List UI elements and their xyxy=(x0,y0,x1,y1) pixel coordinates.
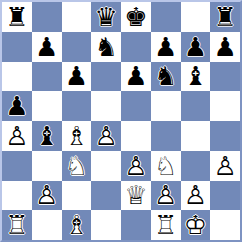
square-c6[interactable]: ♟ xyxy=(62,62,92,92)
piece-white-knight[interactable]: ♞♘ xyxy=(151,151,181,181)
piece-white-rook[interactable]: ♜♖ xyxy=(2,210,32,240)
piece-outline-glyph: ♙ xyxy=(181,181,211,211)
square-g3[interactable] xyxy=(181,151,211,181)
square-d5[interactable] xyxy=(91,91,121,121)
square-e6[interactable]: ♟ xyxy=(121,62,151,92)
square-f4[interactable] xyxy=(151,121,181,151)
square-c5[interactable] xyxy=(62,91,92,121)
piece-outline-glyph: ♕ xyxy=(121,181,151,211)
square-f6[interactable]: ♞ xyxy=(151,62,181,92)
piece-white-knight[interactable]: ♞♘ xyxy=(62,151,92,181)
piece-white-rook[interactable]: ♜♖ xyxy=(151,210,181,240)
square-a1[interactable]: ♜♖ xyxy=(2,210,32,240)
square-g4[interactable] xyxy=(181,121,211,151)
piece-white-bishop[interactable]: ♝♗ xyxy=(62,121,92,151)
square-a3[interactable] xyxy=(2,151,32,181)
piece-black-rook[interactable]: ♜ xyxy=(2,2,32,32)
square-e7[interactable] xyxy=(121,32,151,62)
chess-board: ♜♛♚♜♟♞♟♟♟♟♟♞♝♟♟♙♝♝♗♟♙♞♘♟♙♞♘♟♙♟♙♛♕♟♙♟♙♜♖♝… xyxy=(0,0,242,242)
square-b6[interactable] xyxy=(32,62,62,92)
square-c2[interactable] xyxy=(62,181,92,211)
piece-black-pawn[interactable]: ♟ xyxy=(32,32,62,62)
square-f5[interactable] xyxy=(151,91,181,121)
piece-black-rook[interactable]: ♜ xyxy=(210,2,240,32)
square-b5[interactable] xyxy=(32,91,62,121)
square-e3[interactable]: ♟♙ xyxy=(121,151,151,181)
square-b2[interactable]: ♟♙ xyxy=(32,181,62,211)
square-e5[interactable] xyxy=(121,91,151,121)
square-c4[interactable]: ♝♗ xyxy=(62,121,92,151)
square-h7[interactable]: ♟ xyxy=(210,32,240,62)
square-g5[interactable] xyxy=(181,91,211,121)
square-b8[interactable] xyxy=(32,2,62,32)
piece-white-pawn[interactable]: ♟♙ xyxy=(210,151,240,181)
piece-white-pawn[interactable]: ♟♙ xyxy=(121,151,151,181)
square-a7[interactable] xyxy=(2,32,32,62)
square-h2[interactable] xyxy=(210,181,240,211)
square-b1[interactable] xyxy=(32,210,62,240)
piece-white-king[interactable]: ♚♔ xyxy=(181,210,211,240)
square-h4[interactable] xyxy=(210,121,240,151)
piece-outline-glyph: ♙ xyxy=(210,151,240,181)
square-e8[interactable]: ♚ xyxy=(121,2,151,32)
square-g1[interactable]: ♚♔ xyxy=(181,210,211,240)
square-a4[interactable]: ♟♙ xyxy=(2,121,32,151)
square-e2[interactable]: ♛♕ xyxy=(121,181,151,211)
square-c8[interactable] xyxy=(62,2,92,32)
square-h3[interactable]: ♟♙ xyxy=(210,151,240,181)
piece-white-pawn[interactable]: ♟♙ xyxy=(91,121,121,151)
piece-black-bishop[interactable]: ♝ xyxy=(181,62,211,92)
square-g2[interactable]: ♟♙ xyxy=(181,181,211,211)
piece-black-pawn[interactable]: ♟ xyxy=(121,62,151,92)
square-e1[interactable] xyxy=(121,210,151,240)
piece-outline-glyph: ♖ xyxy=(151,210,181,240)
square-a6[interactable] xyxy=(2,62,32,92)
square-b4[interactable]: ♝ xyxy=(32,121,62,151)
square-d3[interactable] xyxy=(91,151,121,181)
square-g6[interactable]: ♝ xyxy=(181,62,211,92)
square-d6[interactable] xyxy=(91,62,121,92)
piece-white-pawn[interactable]: ♟♙ xyxy=(151,181,181,211)
square-d1[interactable] xyxy=(91,210,121,240)
piece-black-knight[interactable]: ♞ xyxy=(151,62,181,92)
piece-black-queen[interactable]: ♛ xyxy=(91,2,121,32)
square-d4[interactable]: ♟♙ xyxy=(91,121,121,151)
piece-outline-glyph: ♙ xyxy=(91,121,121,151)
square-f3[interactable]: ♞♘ xyxy=(151,151,181,181)
square-d2[interactable] xyxy=(91,181,121,211)
square-c7[interactable] xyxy=(62,32,92,62)
piece-black-pawn[interactable]: ♟ xyxy=(2,91,32,121)
square-c1[interactable]: ♝♗ xyxy=(62,210,92,240)
square-h6[interactable] xyxy=(210,62,240,92)
piece-outline-glyph: ♙ xyxy=(151,181,181,211)
piece-outline-glyph: ♔ xyxy=(181,210,211,240)
square-a2[interactable] xyxy=(2,181,32,211)
piece-outline-glyph: ♙ xyxy=(121,151,151,181)
piece-black-pawn[interactable]: ♟ xyxy=(62,62,92,92)
piece-black-bishop[interactable]: ♝ xyxy=(32,121,62,151)
square-c3[interactable]: ♞♘ xyxy=(62,151,92,181)
piece-black-pawn[interactable]: ♟ xyxy=(210,32,240,62)
square-b7[interactable]: ♟ xyxy=(32,32,62,62)
square-b3[interactable] xyxy=(32,151,62,181)
square-a8[interactable]: ♜ xyxy=(2,2,32,32)
piece-outline-glyph: ♖ xyxy=(2,210,32,240)
piece-white-pawn[interactable]: ♟♙ xyxy=(181,181,211,211)
piece-white-pawn[interactable]: ♟♙ xyxy=(2,121,32,151)
square-f2[interactable]: ♟♙ xyxy=(151,181,181,211)
piece-outline-glyph: ♘ xyxy=(151,151,181,181)
piece-outline-glyph: ♗ xyxy=(62,121,92,151)
square-a5[interactable]: ♟ xyxy=(2,91,32,121)
square-d8[interactable]: ♛ xyxy=(91,2,121,32)
square-h1[interactable] xyxy=(210,210,240,240)
square-h5[interactable] xyxy=(210,91,240,121)
piece-outline-glyph: ♘ xyxy=(62,151,92,181)
piece-outline-glyph: ♗ xyxy=(62,210,92,240)
piece-white-bishop[interactable]: ♝♗ xyxy=(62,210,92,240)
piece-white-pawn[interactable]: ♟♙ xyxy=(32,181,62,211)
square-g8[interactable] xyxy=(181,2,211,32)
square-e4[interactable] xyxy=(121,121,151,151)
piece-black-pawn[interactable]: ♟ xyxy=(181,32,211,62)
piece-outline-glyph: ♙ xyxy=(2,121,32,151)
piece-white-queen[interactable]: ♛♕ xyxy=(121,181,151,211)
square-d7[interactable]: ♞ xyxy=(91,32,121,62)
piece-outline-glyph: ♙ xyxy=(32,181,62,211)
piece-black-king[interactable]: ♚ xyxy=(121,2,151,32)
square-h8[interactable]: ♜ xyxy=(210,2,240,32)
square-g7[interactable]: ♟ xyxy=(181,32,211,62)
square-f7[interactable]: ♟ xyxy=(151,32,181,62)
square-f8[interactable] xyxy=(151,2,181,32)
piece-black-pawn[interactable]: ♟ xyxy=(151,32,181,62)
piece-black-knight[interactable]: ♞ xyxy=(91,32,121,62)
square-f1[interactable]: ♜♖ xyxy=(151,210,181,240)
